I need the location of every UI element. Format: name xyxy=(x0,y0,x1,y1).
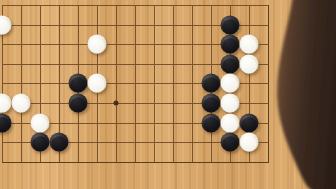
black-stone[interactable]: ● xyxy=(31,133,50,152)
white-stone[interactable]: ● xyxy=(88,35,107,54)
white-stone[interactable]: ● xyxy=(0,15,12,34)
white-stone[interactable]: ● xyxy=(88,74,107,93)
black-stone[interactable]: ● xyxy=(50,133,69,152)
white-stone[interactable]: ● xyxy=(240,54,259,73)
white-stone[interactable]: ● xyxy=(12,94,31,113)
black-stone[interactable]: ● xyxy=(221,133,240,152)
black-stone[interactable]: ● xyxy=(202,113,221,132)
white-stone[interactable]: ● xyxy=(240,133,259,152)
stones-layer: ●●●●●●●●●●●●●●●●●●●●●●●●● xyxy=(2,5,269,163)
go-video-frame: ●●●●●●●●●●●●●●●●●●●●●●●●● xyxy=(0,0,336,189)
silhouette-shape xyxy=(277,0,336,189)
star-point xyxy=(114,101,119,106)
black-stone[interactable]: ● xyxy=(0,113,12,132)
black-stone[interactable]: ● xyxy=(69,94,88,113)
